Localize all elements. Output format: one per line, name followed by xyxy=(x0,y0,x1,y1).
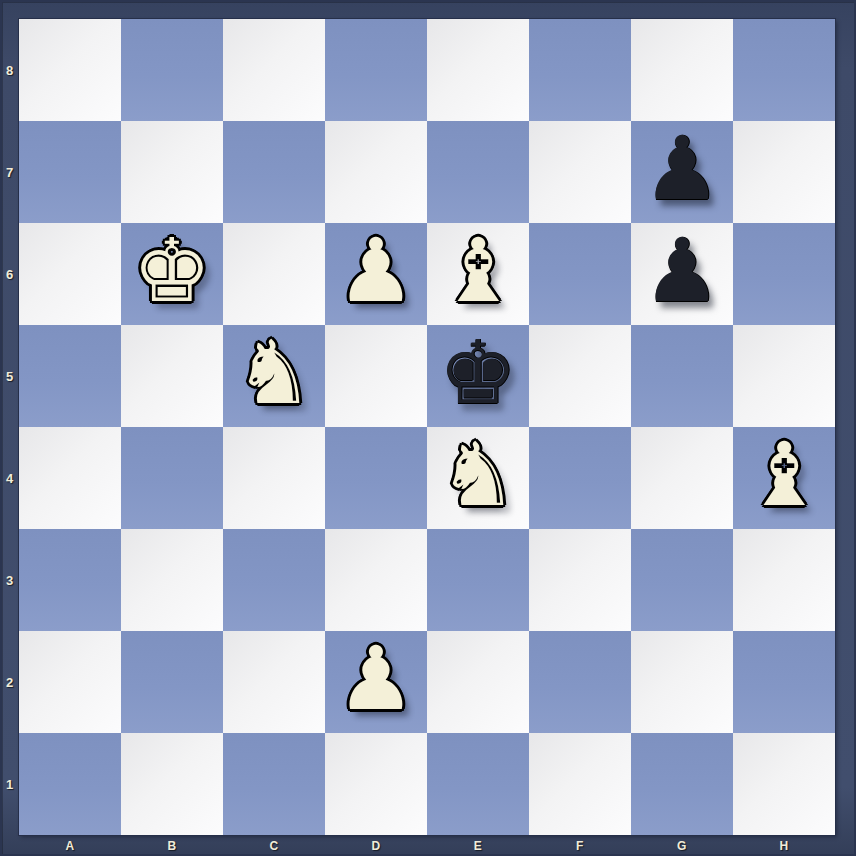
square-g5[interactable] xyxy=(631,325,733,427)
square-a8[interactable] xyxy=(19,19,121,121)
square-c1[interactable] xyxy=(223,733,325,835)
square-d7[interactable] xyxy=(325,121,427,223)
square-b3[interactable] xyxy=(121,529,223,631)
square-c5[interactable]: ♞ xyxy=(223,325,325,427)
square-a2[interactable] xyxy=(19,631,121,733)
square-b2[interactable] xyxy=(121,631,223,733)
square-c8[interactable] xyxy=(223,19,325,121)
rank-label-7: 7 xyxy=(0,121,19,223)
square-g1[interactable] xyxy=(631,733,733,835)
square-e1[interactable] xyxy=(427,733,529,835)
square-b7[interactable] xyxy=(121,121,223,223)
square-c7[interactable] xyxy=(223,121,325,223)
square-h2[interactable] xyxy=(733,631,835,733)
file-label-g: G xyxy=(631,836,733,856)
square-c4[interactable] xyxy=(223,427,325,529)
square-d2[interactable]: ♟ xyxy=(325,631,427,733)
square-g4[interactable] xyxy=(631,427,733,529)
rank-label-3: 3 xyxy=(0,529,19,631)
square-g2[interactable] xyxy=(631,631,733,733)
square-f3[interactable] xyxy=(529,529,631,631)
piece-white-pawn[interactable]: ♟ xyxy=(337,220,416,322)
square-h7[interactable] xyxy=(733,121,835,223)
square-h3[interactable] xyxy=(733,529,835,631)
square-a6[interactable] xyxy=(19,223,121,325)
square-e5[interactable]: ♚ xyxy=(427,325,529,427)
square-f4[interactable] xyxy=(529,427,631,529)
piece-white-knight[interactable]: ♞ xyxy=(235,322,314,424)
rank-label-5: 5 xyxy=(0,325,19,427)
rank-label-1: 1 xyxy=(0,733,19,835)
square-d3[interactable] xyxy=(325,529,427,631)
square-h1[interactable] xyxy=(733,733,835,835)
file-label-f: F xyxy=(529,836,631,856)
rank-label-2: 2 xyxy=(0,631,19,733)
file-label-h: H xyxy=(733,836,835,856)
square-e4[interactable]: ♞ xyxy=(427,427,529,529)
square-d4[interactable] xyxy=(325,427,427,529)
square-g3[interactable] xyxy=(631,529,733,631)
square-h5[interactable] xyxy=(733,325,835,427)
square-d8[interactable] xyxy=(325,19,427,121)
piece-white-bishop[interactable]: ♝ xyxy=(439,220,518,322)
square-b5[interactable] xyxy=(121,325,223,427)
rank-label-8: 8 xyxy=(0,19,19,121)
square-h6[interactable] xyxy=(733,223,835,325)
file-label-d: D xyxy=(325,836,427,856)
piece-black-king[interactable]: ♚ xyxy=(439,322,518,424)
square-a7[interactable] xyxy=(19,121,121,223)
square-a1[interactable] xyxy=(19,733,121,835)
square-e3[interactable] xyxy=(427,529,529,631)
rank-label-6: 6 xyxy=(0,223,19,325)
chess-board: ♟♚♟♝♟♞♚♞♝♟ xyxy=(19,19,835,835)
square-e7[interactable] xyxy=(427,121,529,223)
square-f5[interactable] xyxy=(529,325,631,427)
file-label-b: B xyxy=(121,836,223,856)
piece-white-bishop[interactable]: ♝ xyxy=(745,424,824,526)
square-g6[interactable]: ♟ xyxy=(631,223,733,325)
piece-white-king[interactable]: ♚ xyxy=(133,220,212,322)
square-e6[interactable]: ♝ xyxy=(427,223,529,325)
square-d1[interactable] xyxy=(325,733,427,835)
piece-black-pawn[interactable]: ♟ xyxy=(643,118,722,220)
square-a4[interactable] xyxy=(19,427,121,529)
square-b6[interactable]: ♚ xyxy=(121,223,223,325)
piece-white-pawn[interactable]: ♟ xyxy=(337,628,416,730)
square-f8[interactable] xyxy=(529,19,631,121)
piece-white-knight[interactable]: ♞ xyxy=(439,424,518,526)
square-b4[interactable] xyxy=(121,427,223,529)
rank-label-4: 4 xyxy=(0,427,19,529)
square-b8[interactable] xyxy=(121,19,223,121)
square-c6[interactable] xyxy=(223,223,325,325)
square-b1[interactable] xyxy=(121,733,223,835)
square-f1[interactable] xyxy=(529,733,631,835)
square-c2[interactable] xyxy=(223,631,325,733)
square-d6[interactable]: ♟ xyxy=(325,223,427,325)
square-f6[interactable] xyxy=(529,223,631,325)
square-a3[interactable] xyxy=(19,529,121,631)
square-d5[interactable] xyxy=(325,325,427,427)
square-e2[interactable] xyxy=(427,631,529,733)
square-e8[interactable] xyxy=(427,19,529,121)
square-g8[interactable] xyxy=(631,19,733,121)
square-f2[interactable] xyxy=(529,631,631,733)
square-h4[interactable]: ♝ xyxy=(733,427,835,529)
square-g7[interactable]: ♟ xyxy=(631,121,733,223)
square-c3[interactable] xyxy=(223,529,325,631)
square-f7[interactable] xyxy=(529,121,631,223)
square-a5[interactable] xyxy=(19,325,121,427)
piece-black-pawn[interactable]: ♟ xyxy=(643,220,722,322)
file-label-c: C xyxy=(223,836,325,856)
square-h8[interactable] xyxy=(733,19,835,121)
file-label-e: E xyxy=(427,836,529,856)
file-label-a: A xyxy=(19,836,121,856)
